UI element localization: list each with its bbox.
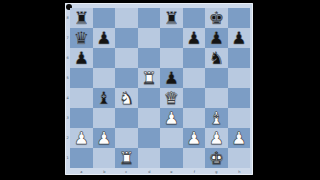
file-label-f: f	[186, 169, 202, 174]
piece-white-pawn[interactable]: ♟	[70, 128, 93, 148]
rank-label-4: 4	[66, 91, 70, 105]
square-e5[interactable]: ♟	[160, 68, 183, 88]
piece-white-pawn[interactable]: ♟	[93, 128, 116, 148]
square-e6[interactable]	[160, 48, 183, 68]
piece-white-rook[interactable]: ♜	[138, 68, 161, 88]
square-b6[interactable]	[93, 48, 116, 68]
piece-white-pawn[interactable]: ♟	[160, 108, 183, 128]
square-a5[interactable]	[70, 68, 93, 88]
square-h6[interactable]	[228, 48, 251, 68]
piece-white-pawn[interactable]: ♟	[205, 128, 228, 148]
square-h2[interactable]: ♟	[228, 128, 251, 148]
square-b2[interactable]: ♟	[93, 128, 116, 148]
piece-black-pawn[interactable]: ♟	[160, 68, 183, 88]
square-d8[interactable]	[138, 8, 161, 28]
square-g5[interactable]	[205, 68, 228, 88]
rank-label-5: 5	[66, 71, 70, 85]
screenshot-canvas: 87654321 abcdefgh ♜♜♚♛♟♟♟♟♟♞♜♟♝♞♛♟♝♟♟♟♟♟…	[0, 0, 320, 180]
file-label-e: e	[163, 169, 179, 174]
square-c1[interactable]: ♜	[115, 148, 138, 168]
square-f6[interactable]	[183, 48, 206, 68]
square-h4[interactable]	[228, 88, 251, 108]
square-e7[interactable]	[160, 28, 183, 48]
square-g3[interactable]: ♝	[205, 108, 228, 128]
square-g8[interactable]: ♚	[205, 8, 228, 28]
piece-white-bishop[interactable]: ♝	[205, 108, 228, 128]
piece-white-pawn[interactable]: ♟	[183, 128, 206, 148]
square-d3[interactable]	[138, 108, 161, 128]
file-label-d: d	[141, 169, 157, 174]
piece-white-rook[interactable]: ♜	[115, 148, 138, 168]
square-c2[interactable]	[115, 128, 138, 148]
square-d7[interactable]	[138, 28, 161, 48]
square-c6[interactable]	[115, 48, 138, 68]
rank-label-8: 8	[66, 11, 70, 25]
square-a7[interactable]: ♛	[70, 28, 93, 48]
rank-label-7: 7	[66, 31, 70, 45]
square-a8[interactable]: ♜	[70, 8, 93, 28]
square-a3[interactable]	[70, 108, 93, 128]
square-c4[interactable]: ♞	[115, 88, 138, 108]
square-a2[interactable]: ♟	[70, 128, 93, 148]
square-f1[interactable]	[183, 148, 206, 168]
square-h1[interactable]	[228, 148, 251, 168]
file-label-g: g	[208, 169, 224, 174]
square-f7[interactable]: ♟	[183, 28, 206, 48]
square-g4[interactable]	[205, 88, 228, 108]
square-e3[interactable]: ♟	[160, 108, 183, 128]
piece-black-rook[interactable]: ♜	[160, 8, 183, 28]
square-h5[interactable]	[228, 68, 251, 88]
file-label-c: c	[118, 169, 134, 174]
square-g2[interactable]: ♟	[205, 128, 228, 148]
square-b8[interactable]	[93, 8, 116, 28]
square-c8[interactable]	[115, 8, 138, 28]
piece-black-bishop[interactable]: ♝	[93, 88, 116, 108]
square-f3[interactable]	[183, 108, 206, 128]
square-e8[interactable]: ♜	[160, 8, 183, 28]
piece-black-pawn[interactable]: ♟	[205, 28, 228, 48]
chess-board: 87654321 abcdefgh ♜♜♚♛♟♟♟♟♟♞♜♟♝♞♛♟♝♟♟♟♟♟…	[65, 3, 253, 175]
square-g6[interactable]: ♞	[205, 48, 228, 68]
square-f5[interactable]	[183, 68, 206, 88]
piece-black-knight[interactable]: ♞	[205, 48, 228, 68]
piece-black-pawn[interactable]: ♟	[183, 28, 206, 48]
square-h8[interactable]	[228, 8, 251, 28]
piece-black-king[interactable]: ♚	[205, 8, 228, 28]
piece-white-queen[interactable]: ♛	[160, 88, 183, 108]
square-h3[interactable]	[228, 108, 251, 128]
piece-white-pawn[interactable]: ♟	[228, 128, 251, 148]
square-b1[interactable]	[93, 148, 116, 168]
square-f8[interactable]	[183, 8, 206, 28]
piece-black-queen[interactable]: ♛	[70, 28, 93, 48]
board-grid: ♜♜♚♛♟♟♟♟♟♞♜♟♝♞♛♟♝♟♟♟♟♟♜♚	[70, 8, 250, 168]
square-g1[interactable]: ♚	[205, 148, 228, 168]
square-f2[interactable]: ♟	[183, 128, 206, 148]
piece-white-knight[interactable]: ♞	[115, 88, 138, 108]
file-coordinates: abcdefgh	[70, 168, 250, 175]
rank-label-1: 1	[66, 151, 70, 165]
square-c7[interactable]	[115, 28, 138, 48]
square-b3[interactable]	[93, 108, 116, 128]
file-label-b: b	[96, 169, 112, 174]
square-b4[interactable]: ♝	[93, 88, 116, 108]
piece-black-rook[interactable]: ♜	[70, 8, 93, 28]
square-d4[interactable]	[138, 88, 161, 108]
square-d5[interactable]: ♜	[138, 68, 161, 88]
file-label-a: a	[73, 169, 89, 174]
square-d1[interactable]	[138, 148, 161, 168]
piece-black-pawn[interactable]: ♟	[70, 48, 93, 68]
square-c3[interactable]	[115, 108, 138, 128]
rank-label-3: 3	[66, 111, 70, 125]
square-b7[interactable]: ♟	[93, 28, 116, 48]
piece-black-pawn[interactable]: ♟	[93, 28, 116, 48]
file-label-h: h	[231, 169, 247, 174]
rank-label-6: 6	[66, 51, 70, 65]
square-f4[interactable]	[183, 88, 206, 108]
square-c5[interactable]	[115, 68, 138, 88]
square-h7[interactable]: ♟	[228, 28, 251, 48]
square-a6[interactable]: ♟	[70, 48, 93, 68]
square-a4[interactable]	[70, 88, 93, 108]
piece-white-king[interactable]: ♚	[205, 148, 228, 168]
piece-black-pawn[interactable]: ♟	[228, 28, 251, 48]
square-a1[interactable]	[70, 148, 93, 168]
square-g7[interactable]: ♟	[205, 28, 228, 48]
square-d2[interactable]	[138, 128, 161, 148]
square-b5[interactable]	[93, 68, 116, 88]
square-d6[interactable]	[138, 48, 161, 68]
rank-label-2: 2	[66, 131, 70, 145]
square-e1[interactable]	[160, 148, 183, 168]
square-e2[interactable]	[160, 128, 183, 148]
square-e4[interactable]: ♛	[160, 88, 183, 108]
